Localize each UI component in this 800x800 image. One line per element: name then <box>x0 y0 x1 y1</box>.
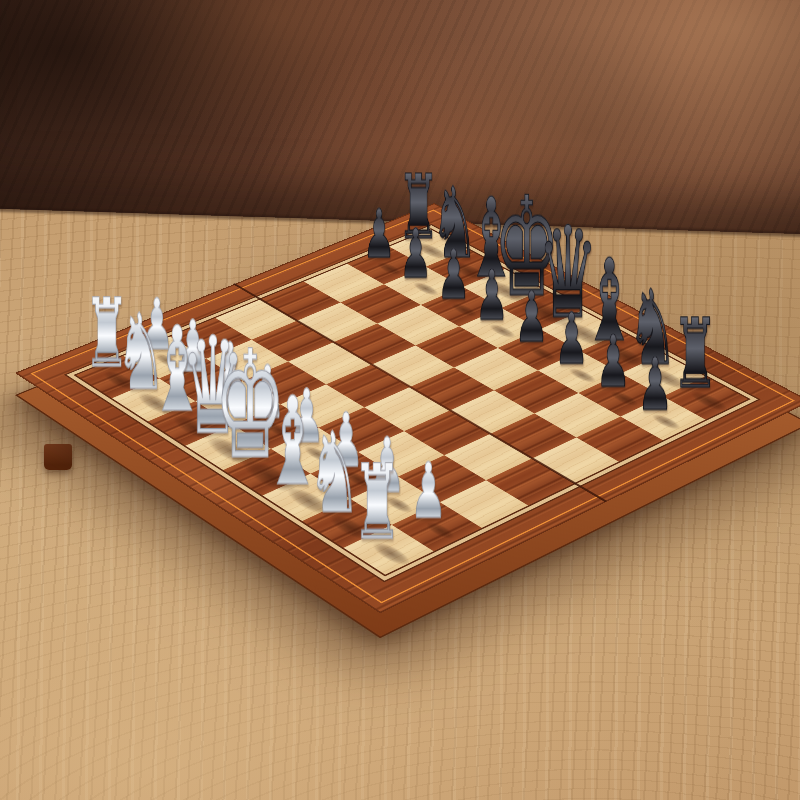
chess-board: ♜♞♝♚♛♝♞♜♟♟♟♟♟♟♟♟♟♟♟♟♟♟♟♟♜♞♝♛♚♝♞♜ <box>15 203 800 613</box>
pawn-glyph: ♟ <box>614 349 697 422</box>
photo-scene: ♜♞♝♚♛♝♞♜♟♟♟♟♟♟♟♟♟♟♟♟♟♟♟♟♜♞♝♛♚♝♞♜ <box>0 0 800 800</box>
rook-glyph: ♜ <box>333 452 421 555</box>
